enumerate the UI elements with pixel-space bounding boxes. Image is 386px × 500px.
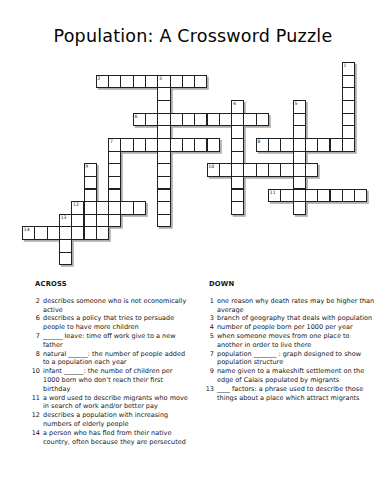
clue-number: 7 xyxy=(202,350,214,359)
cell-number-5: 5 xyxy=(294,101,297,106)
grid-cell-r4c16[interactable] xyxy=(219,113,232,127)
grid-cell-r10c20[interactable]: 11 xyxy=(268,189,281,203)
grid-cell-r4c14[interactable] xyxy=(194,113,207,127)
across-clue-14: 14a person who has fled from their nativ… xyxy=(28,429,189,447)
grid-cell-r6c22[interactable] xyxy=(293,138,306,152)
grid-cell-r6c7[interactable]: 7 xyxy=(108,138,121,152)
cell-number-13: 13 xyxy=(61,215,67,220)
grid-cell-r12c6[interactable] xyxy=(96,214,109,228)
grid-cell-r8c15[interactable]: 10 xyxy=(207,163,220,177)
grid-cell-r4c9[interactable]: 6 xyxy=(133,113,146,127)
clue-number: 14 xyxy=(28,429,40,438)
grid-cell-r10c5[interactable] xyxy=(84,189,97,203)
cell-number-6: 6 xyxy=(134,114,137,119)
grid-cell-r6c8[interactable] xyxy=(120,138,133,152)
grid-cell-r8c20[interactable] xyxy=(268,163,281,177)
grid-cell-r6c24[interactable] xyxy=(317,138,330,152)
grid-cell-r6c12[interactable] xyxy=(170,138,183,152)
across-clue-12: 12describes a population with increasing… xyxy=(28,411,189,429)
grid-cell-r6c17[interactable] xyxy=(231,138,244,152)
clue-text: one reason why death rates may be higher… xyxy=(217,297,376,315)
grid-cell-r8c21[interactable] xyxy=(280,163,293,177)
clue-text: natural ______: the number of people add… xyxy=(43,350,189,368)
grid-cell-r8c22[interactable] xyxy=(293,163,306,177)
clue-number: 1 xyxy=(202,297,214,306)
grid-cell-r3c11[interactable] xyxy=(157,100,170,114)
grid-cell-r6c10[interactable] xyxy=(145,138,158,152)
clue-text: population _______ : graph designed to s… xyxy=(217,350,376,368)
clue-number: 5 xyxy=(202,332,214,341)
down-clue-3: 3branch of geography that deals with pop… xyxy=(202,314,376,323)
clue-number: 13 xyxy=(202,385,214,394)
grid-cell-r1c9[interactable] xyxy=(133,75,146,89)
clue-text: name given to a makeshift settlement on … xyxy=(217,367,376,385)
grid-cell-r1c26[interactable] xyxy=(342,75,355,89)
grid-cell-r9c7[interactable] xyxy=(108,176,121,190)
grid-cell-r6c26[interactable] xyxy=(342,138,355,152)
across-header: ACROSS xyxy=(35,280,189,289)
grid-cell-r11c8[interactable] xyxy=(120,201,133,215)
grid-cell-r4c26[interactable] xyxy=(342,113,355,127)
grid-cell-r8c23[interactable] xyxy=(305,163,318,177)
grid-cell-r13c3[interactable] xyxy=(59,226,72,240)
grid-cell-r11c11[interactable] xyxy=(157,201,170,215)
grid-cell-r2c11[interactable] xyxy=(157,87,170,101)
grid-cell-r6c14[interactable] xyxy=(194,138,207,152)
grid-cell-r7c22[interactable] xyxy=(293,151,306,165)
down-clue-4: 4number of people born per 1000 per year xyxy=(202,323,376,332)
grid-cell-r7c11[interactable] xyxy=(157,151,170,165)
grid-cell-r4c17[interactable] xyxy=(231,113,244,127)
clue-text: describes someone who is not economicall… xyxy=(43,297,189,315)
grid-cell-r11c4[interactable]: 12 xyxy=(71,201,84,215)
grid-cell-r9c11[interactable] xyxy=(157,176,170,190)
clue-text: number of people born per 1000 per year xyxy=(217,323,376,332)
grid-cell-r8c11[interactable] xyxy=(157,163,170,177)
down-clue-7: 7population _______ : graph designed to … xyxy=(202,350,376,368)
grid-cell-r9c5[interactable] xyxy=(84,176,97,190)
grid-cell-r12c3[interactable]: 13 xyxy=(59,214,72,228)
clue-number: 4 xyxy=(202,323,214,332)
grid-cell-r15c3[interactable] xyxy=(59,252,72,266)
grid-cell-r10c11[interactable] xyxy=(157,189,170,203)
grid-cell-r1c13[interactable] xyxy=(182,75,195,89)
grid-cell-r6c21[interactable] xyxy=(280,138,293,152)
grid-cell-r8c19[interactable] xyxy=(256,163,269,177)
grid-cell-r5c11[interactable] xyxy=(157,125,170,139)
grid-cell-r8c17[interactable] xyxy=(231,163,244,177)
clue-number: 7 xyxy=(28,332,40,341)
clue-number: 8 xyxy=(28,350,40,359)
cell-number-14: 14 xyxy=(24,227,30,232)
across-clue-8: 8natural ______: the number of people ad… xyxy=(28,350,189,368)
clue-number: 2 xyxy=(28,297,40,306)
page-title: Population: A Crossword Puzzle xyxy=(0,26,386,46)
grid-cell-r1c14[interactable] xyxy=(194,75,207,89)
grid-cell-r9c22[interactable] xyxy=(293,176,306,190)
across-clue-6: 6describes a policy that tries to persua… xyxy=(28,314,189,332)
cell-number-8: 8 xyxy=(257,139,260,144)
grid-cell-r4c19[interactable] xyxy=(256,113,269,127)
grid-cell-r8c18[interactable] xyxy=(243,163,256,177)
grid-cell-r12c11[interactable] xyxy=(157,214,170,228)
grid-cell-r1c7[interactable] xyxy=(108,75,121,89)
grid-cell-r3c22[interactable]: 5 xyxy=(293,100,306,114)
grid-cell-r13c2[interactable] xyxy=(47,226,60,240)
grid-cell-r12c7[interactable] xyxy=(108,214,121,228)
down-clue-1: 1one reason why death rates may be highe… xyxy=(202,297,376,315)
across-clue-7: 7______ leave: time off work give to a n… xyxy=(28,332,189,350)
across-clue-2: 2describes someone who is not economical… xyxy=(28,297,189,315)
grid-cell-r5c17[interactable] xyxy=(231,125,244,139)
grid-cell-r1c6[interactable]: 2 xyxy=(96,75,109,89)
grid-cell-r1c8[interactable] xyxy=(120,75,133,89)
clue-text: ____ factors: a phrase used to describe … xyxy=(217,385,376,403)
grid-cell-r6c19[interactable]: 8 xyxy=(256,138,269,152)
grid-cell-r10c25[interactable] xyxy=(330,189,343,203)
grid-cell-r6c20[interactable] xyxy=(268,138,281,152)
grid-cell-r6c25[interactable] xyxy=(330,138,343,152)
grid-cell-r11c5[interactable] xyxy=(84,201,97,215)
grid-cell-r10c24[interactable] xyxy=(317,189,330,203)
grid-cell-r11c17[interactable] xyxy=(231,201,244,215)
down-clues-column: DOWN 1one reason why death rates may be … xyxy=(202,280,376,402)
clue-number: 9 xyxy=(202,367,214,376)
grid-cell-r4c13[interactable] xyxy=(182,113,195,127)
grid-cell-r10c26[interactable] xyxy=(342,189,355,203)
grid-cell-r3c17[interactable]: 4 xyxy=(231,100,244,114)
grid-cell-r4c10[interactable] xyxy=(145,113,158,127)
cell-number-12: 12 xyxy=(73,202,79,207)
cell-number-10: 10 xyxy=(208,164,214,169)
grid-cell-r12c4[interactable] xyxy=(71,214,84,228)
grid-cell-r4c11[interactable] xyxy=(157,113,170,127)
clue-text: branch of geography that deals with popu… xyxy=(217,314,376,323)
grid-cell-r6c11[interactable] xyxy=(157,138,170,152)
across-clue-list: 2describes someone who is not economical… xyxy=(28,297,189,447)
grid-cell-r0c26[interactable]: 1 xyxy=(342,62,355,76)
grid-cell-r4c18[interactable] xyxy=(243,113,256,127)
grid-cell-r8c16[interactable] xyxy=(219,163,232,177)
grid-cell-r1c12[interactable] xyxy=(170,75,183,89)
grid-cell-r13c6[interactable] xyxy=(96,226,109,240)
grid-cell-r9c17[interactable] xyxy=(231,176,244,190)
grid-cell-r5c26[interactable] xyxy=(342,125,355,139)
clue-text: a word used to describe migrants who mov… xyxy=(43,394,189,412)
grid-cell-r13c0[interactable]: 14 xyxy=(22,226,35,240)
clue-number: 3 xyxy=(202,314,214,323)
clue-text: infant ______: the numbe of children per… xyxy=(43,367,189,393)
grid-cell-r7c7[interactable] xyxy=(108,151,121,165)
grid-cell-r10c23[interactable] xyxy=(305,189,318,203)
clue-text: ______ leave: time off work give to a ne… xyxy=(43,332,189,350)
cell-number-11: 11 xyxy=(270,190,276,195)
cell-number-1: 1 xyxy=(344,63,347,68)
grid-cell-r11c22[interactable] xyxy=(293,201,306,215)
grid-cell-r6c23[interactable] xyxy=(305,138,318,152)
clue-number: 11 xyxy=(28,394,40,403)
across-clues-column: ACROSS 2describes someone who is not eco… xyxy=(28,280,189,446)
grid-cell-r13c4[interactable] xyxy=(71,226,84,240)
across-clue-11: 11a word used to describe migrants who m… xyxy=(28,394,189,412)
crossword-page: Population: A Crossword Puzzle 123456789… xyxy=(0,0,386,500)
grid-cell-r1c10[interactable] xyxy=(145,75,158,89)
grid-cell-r3c26[interactable] xyxy=(342,100,355,114)
grid-cell-r4c22[interactable] xyxy=(293,113,306,127)
clue-text: a person who has fled from their native … xyxy=(43,429,189,447)
cell-number-3: 3 xyxy=(159,76,162,81)
grid-cell-r6c15[interactable] xyxy=(207,138,220,152)
grid-cell-r4c15[interactable] xyxy=(207,113,220,127)
grid-cell-r8c7[interactable] xyxy=(108,163,121,177)
cell-number-4: 4 xyxy=(233,101,236,106)
down-clue-list: 1one reason why death rates may be highe… xyxy=(202,297,376,403)
clue-text: describes a policy that tries to persuad… xyxy=(43,314,189,332)
grid-cell-r12c5[interactable] xyxy=(84,214,97,228)
down-clue-9: 9name given to a makeshift settlement on… xyxy=(202,367,376,385)
grid-cell-r2c26[interactable] xyxy=(342,87,355,101)
grid-cell-r6c9[interactable] xyxy=(133,138,146,152)
grid-cell-r14c3[interactable] xyxy=(59,239,72,253)
down-clue-5: 5when someone moves from one place to an… xyxy=(202,332,376,350)
grid-cell-r5c22[interactable] xyxy=(293,125,306,139)
down-clue-13: 13____ factors: a phrase used to describ… xyxy=(202,385,376,403)
grid-cell-r10c27[interactable] xyxy=(354,189,367,203)
clue-text: describes a population with increasing n… xyxy=(43,411,189,429)
grid-cell-r10c21[interactable] xyxy=(280,189,293,203)
grid-cell-r11c7[interactable] xyxy=(108,201,121,215)
grid-cell-r13c5[interactable] xyxy=(84,226,97,240)
clue-number: 12 xyxy=(28,411,40,420)
clue-number: 10 xyxy=(28,367,40,376)
cell-number-7: 7 xyxy=(110,139,113,144)
grid-cell-r11c6[interactable] xyxy=(96,201,109,215)
grid-cell-r11c9[interactable] xyxy=(133,201,146,215)
clue-number: 6 xyxy=(28,314,40,323)
grid-cell-r1c11[interactable]: 3 xyxy=(157,75,170,89)
grid-cell-r8c5[interactable]: 9 xyxy=(84,163,97,177)
down-header: DOWN xyxy=(209,280,376,289)
grid-cell-r10c7[interactable] xyxy=(108,189,121,203)
grid-cell-r13c1[interactable] xyxy=(34,226,47,240)
grid-cell-r6c13[interactable] xyxy=(182,138,195,152)
cell-number-9: 9 xyxy=(85,164,88,169)
clue-text: when someone moves from one place to ano… xyxy=(217,332,376,350)
grid-cell-r10c17[interactable] xyxy=(231,189,244,203)
across-clue-10: 10infant ______: the numbe of children p… xyxy=(28,367,189,393)
cell-number-2: 2 xyxy=(98,76,101,81)
grid-cell-r7c17[interactable] xyxy=(231,151,244,165)
grid-cell-r10c22[interactable] xyxy=(293,189,306,203)
grid-cell-r4c12[interactable] xyxy=(170,113,183,127)
